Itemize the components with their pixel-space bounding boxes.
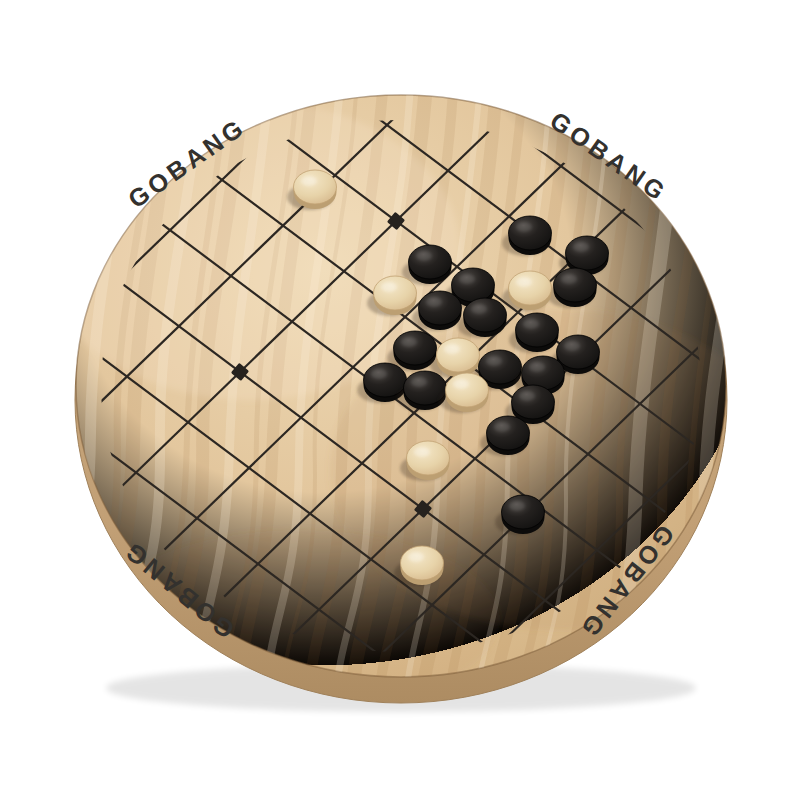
gobang-board-photo: GOBANG GOBANG GOBANG GOBANG	[0, 0, 800, 800]
board-svg: GOBANG GOBANG GOBANG GOBANG	[0, 0, 800, 800]
